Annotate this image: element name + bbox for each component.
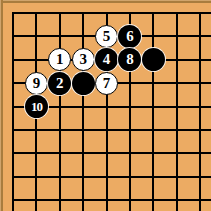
grid-vertical-line bbox=[199, 12, 201, 211]
move-number-label: 5 bbox=[103, 29, 111, 44]
white-stone-move-5: 5 bbox=[95, 25, 118, 48]
move-number-label: 2 bbox=[56, 76, 64, 91]
grid-vertical-line bbox=[12, 12, 14, 211]
grid-horizontal-line bbox=[12, 12, 211, 14]
black-stone-move-2: 2 bbox=[48, 72, 71, 95]
black-stone-move-4: 4 bbox=[95, 48, 118, 71]
grid-horizontal-line bbox=[12, 199, 211, 201]
black-stone-plain bbox=[72, 72, 95, 95]
grid-vertical-line bbox=[176, 12, 178, 211]
grid-vertical-line bbox=[59, 12, 61, 211]
grid-vertical-line bbox=[82, 12, 84, 211]
grid-horizontal-line bbox=[12, 176, 211, 178]
grid-vertical-line bbox=[152, 12, 154, 211]
move-number-label: 8 bbox=[126, 52, 134, 67]
black-stone-move-10: 10 bbox=[25, 95, 48, 118]
move-number-label: 9 bbox=[33, 76, 41, 91]
black-stone-move-8: 8 bbox=[118, 48, 141, 71]
white-stone-move-9: 9 bbox=[25, 72, 48, 95]
white-stone-move-1: 1 bbox=[48, 48, 71, 71]
black-stone-plain bbox=[142, 48, 165, 71]
move-number-label: 7 bbox=[103, 76, 111, 91]
white-stone-move-3: 3 bbox=[72, 48, 95, 71]
move-number-label: 6 bbox=[126, 29, 134, 44]
grid-horizontal-line bbox=[12, 129, 211, 131]
move-number-label: 3 bbox=[79, 52, 87, 67]
white-stone-move-7: 7 bbox=[95, 72, 118, 95]
black-stone-move-6: 6 bbox=[118, 25, 141, 48]
go-board: 56134892710 bbox=[0, 0, 211, 211]
move-number-label: 4 bbox=[103, 52, 111, 67]
board-edge-top-border bbox=[0, 1, 211, 3]
move-number-label: 10 bbox=[31, 100, 42, 113]
move-number-label: 1 bbox=[56, 52, 64, 67]
board-edge-left-border bbox=[1, 0, 3, 211]
grid-horizontal-line bbox=[12, 152, 211, 154]
